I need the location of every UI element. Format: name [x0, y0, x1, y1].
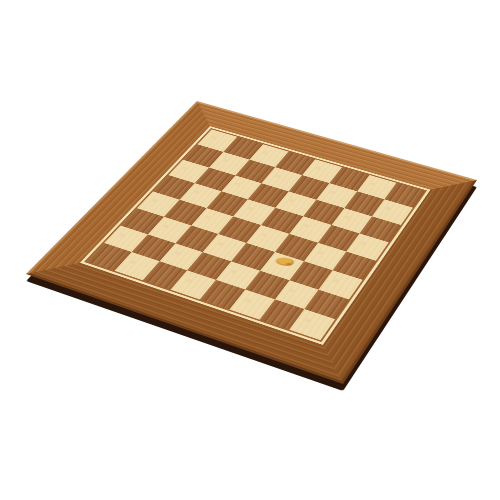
chess-board [26, 101, 477, 384]
product-photo [0, 0, 500, 500]
